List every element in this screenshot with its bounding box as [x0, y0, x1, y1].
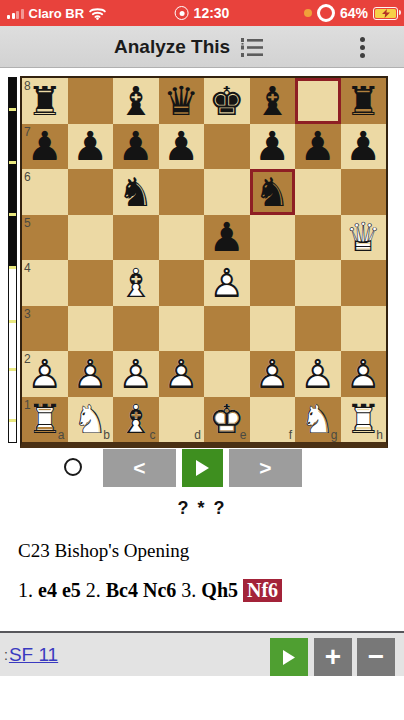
white-queen-h5: ♛♕	[341, 215, 387, 261]
engine-plus-button[interactable]: +	[314, 638, 352, 676]
white-bishop-c4: ♝♗	[113, 260, 159, 306]
move-list-icon[interactable]	[240, 36, 264, 58]
square-b8[interactable]	[68, 78, 114, 124]
square-h7[interactable]: ♟	[341, 124, 387, 170]
page-title: Analyze This	[114, 26, 230, 67]
black-queen-d8: ♛	[159, 78, 205, 124]
square-h1[interactable]: h♜♖	[341, 397, 387, 443]
square-h5[interactable]: ♛♕	[341, 215, 387, 261]
evaluation-black-portion	[9, 78, 16, 267]
square-c1[interactable]: c♝♗	[113, 397, 159, 443]
square-d6[interactable]	[159, 169, 205, 215]
rank-label-5: 5	[24, 216, 31, 230]
engine-play-icon	[282, 649, 296, 666]
square-e3[interactable]	[204, 306, 250, 352]
carrier-label: Claro BR	[29, 6, 85, 21]
move-san[interactable]: Bc4	[106, 579, 138, 601]
square-f2[interactable]: ♟♙	[250, 351, 296, 397]
white-pawn-d2: ♟♙	[159, 351, 205, 397]
move-number: 3.	[181, 579, 196, 601]
square-f3[interactable]	[250, 306, 296, 352]
engine-info: : SF 11	[4, 633, 58, 676]
engine-play-button[interactable]	[270, 638, 308, 676]
black-knight-c6: ♞	[113, 169, 159, 215]
eval-tick-1	[9, 161, 16, 164]
square-d8[interactable]: ♛	[159, 78, 205, 124]
square-e2[interactable]	[204, 351, 250, 397]
move-number: 2.	[86, 579, 101, 601]
black-bishop-f8: ♝	[250, 78, 296, 124]
square-c7[interactable]: ♟	[113, 124, 159, 170]
signal-strength-icon	[7, 8, 24, 19]
square-a1[interactable]: 1a♜♖	[22, 397, 68, 443]
engine-bar: : SF 11 + −	[0, 631, 404, 676]
status-bar: Claro BR 12:30 64%	[0, 0, 404, 26]
black-king-e8: ♚	[204, 78, 250, 124]
square-d7[interactable]: ♟	[159, 124, 205, 170]
file-label-d: d	[194, 428, 201, 442]
square-c5[interactable]	[113, 215, 159, 261]
white-pawn-g2: ♟♙	[295, 351, 341, 397]
screen-record-icon	[175, 6, 189, 20]
rank-label-1: 1	[24, 398, 31, 412]
clock-label: 12:30	[194, 5, 230, 21]
current-move-highlighted[interactable]: Nf6	[243, 579, 282, 602]
move-list: 1. e4 e5 2. Bc4 Nc6 3. Qh5 Nf6	[18, 579, 282, 602]
square-a4[interactable]: 4	[22, 260, 68, 306]
square-e7[interactable]	[204, 124, 250, 170]
square-d4[interactable]	[159, 260, 205, 306]
eval-tick-2	[9, 213, 16, 216]
game-result-line: ? * ?	[0, 498, 404, 519]
square-f8[interactable]: ♝	[250, 78, 296, 124]
title-bar: Analyze This	[0, 26, 404, 68]
square-a6[interactable]: 6	[22, 169, 68, 215]
square-h2[interactable]: ♟♙	[341, 351, 387, 397]
engine-minus-button[interactable]: −	[357, 638, 395, 676]
black-knight-f6: ♞	[250, 169, 296, 215]
black-rook-h8: ♜	[341, 78, 387, 124]
move-san[interactable]: Nc6	[143, 579, 176, 601]
autoplay-radio[interactable]	[64, 458, 82, 476]
black-pawn-b7: ♟	[68, 124, 114, 170]
eval-tick-0	[9, 108, 16, 111]
file-label-e: e	[240, 428, 247, 442]
square-a8[interactable]: 8♜	[22, 78, 68, 124]
eval-tick-4	[9, 320, 16, 323]
rank-label-7: 7	[24, 125, 31, 139]
engine-prefix: :	[4, 647, 8, 663]
eval-tick-3	[9, 266, 16, 269]
square-g7[interactable]: ♟	[295, 124, 341, 170]
square-b4[interactable]	[68, 260, 114, 306]
next-move-button[interactable]: >	[229, 449, 302, 487]
rank-label-8: 8	[24, 79, 31, 93]
square-h4[interactable]	[341, 260, 387, 306]
square-f5[interactable]	[250, 215, 296, 261]
square-e5[interactable]: ♟	[204, 215, 250, 261]
square-a3[interactable]: 3	[22, 306, 68, 352]
app-screen: Claro BR 12:30 64% Analyze This	[0, 0, 404, 720]
square-e1[interactable]: e♚♔	[204, 397, 250, 443]
black-pawn-c7: ♟	[113, 124, 159, 170]
square-c4[interactable]: ♝♗	[113, 260, 159, 306]
black-pawn-f7: ♟	[250, 124, 296, 170]
previous-move-button[interactable]: <	[103, 449, 176, 487]
orange-indicator-dot	[304, 9, 312, 17]
rank-label-4: 4	[24, 261, 31, 275]
square-c8[interactable]: ♝	[113, 78, 159, 124]
square-a5[interactable]: 5	[22, 215, 68, 261]
white-pawn-b2: ♟♙	[68, 351, 114, 397]
square-a2[interactable]: 2♟♙	[22, 351, 68, 397]
status-left: Claro BR	[7, 0, 106, 26]
status-center: 12:30	[175, 0, 230, 26]
rank-label-6: 6	[24, 170, 31, 184]
file-label-g: g	[331, 428, 338, 442]
move-san[interactable]: Qh5	[201, 579, 238, 601]
square-b2[interactable]: ♟♙	[68, 351, 114, 397]
rank-label-3: 3	[24, 307, 31, 321]
square-b7[interactable]: ♟	[68, 124, 114, 170]
square-c2[interactable]: ♟♙	[113, 351, 159, 397]
white-pawn-e4: ♟♙	[204, 260, 250, 306]
square-h6[interactable]	[341, 169, 387, 215]
status-right: 64%	[304, 0, 398, 26]
black-pawn-e5: ♟	[204, 215, 250, 261]
square-c3[interactable]	[113, 306, 159, 352]
white-pawn-h2: ♟♙	[341, 351, 387, 397]
white-pawn-c2: ♟♙	[113, 351, 159, 397]
square-f6[interactable]: ♞	[250, 169, 296, 215]
square-c6[interactable]: ♞	[113, 169, 159, 215]
square-a7[interactable]: 7♟	[22, 124, 68, 170]
square-f4[interactable]	[250, 260, 296, 306]
play-icon	[195, 459, 210, 477]
battery-charging-icon	[373, 7, 398, 20]
file-label-f: f	[289, 428, 292, 442]
engine-link[interactable]: SF 11	[9, 644, 58, 666]
battery-percent-label: 64%	[340, 5, 368, 21]
evaluation-bar	[8, 77, 17, 443]
file-label-c: c	[150, 428, 156, 442]
square-d5[interactable]	[159, 215, 205, 261]
square-e6[interactable]	[204, 169, 250, 215]
square-g8[interactable]	[295, 78, 341, 124]
rank-label-2: 2	[24, 352, 31, 366]
black-pawn-h7: ♟	[341, 124, 387, 170]
black-pawn-g7: ♟	[295, 124, 341, 170]
square-b1[interactable]: b♞♘	[68, 397, 114, 443]
square-b6[interactable]	[68, 169, 114, 215]
file-label-b: b	[103, 428, 110, 442]
black-pawn-d7: ♟	[159, 124, 205, 170]
square-g2[interactable]: ♟♙	[295, 351, 341, 397]
square-f1[interactable]: f	[250, 397, 296, 443]
chess-board: 8♜♝♛♚♝♜7♟♟♟♟♟♟♟6♞♞5♟♛♕4♝♗♟♙32♟♙♟♙♟♙♟♙♟♙♟…	[20, 76, 388, 448]
square-h3[interactable]	[341, 306, 387, 352]
alarm-icon	[317, 4, 335, 22]
black-bishop-c8: ♝	[113, 78, 159, 124]
square-e4[interactable]: ♟♙	[204, 260, 250, 306]
file-label-h: h	[376, 428, 383, 442]
eval-tick-5	[9, 368, 16, 371]
square-g5[interactable]	[295, 215, 341, 261]
square-g1[interactable]: g♞♘	[295, 397, 341, 443]
play-button[interactable]	[182, 449, 223, 487]
square-g3[interactable]	[295, 306, 341, 352]
square-f7[interactable]: ♟	[250, 124, 296, 170]
move-number: 1.	[18, 579, 33, 601]
wifi-icon	[89, 7, 106, 20]
square-b5[interactable]	[68, 215, 114, 261]
board-grid-icon[interactable]	[298, 36, 322, 58]
move-san[interactable]: e5	[62, 579, 81, 601]
white-pawn-f2: ♟♙	[250, 351, 296, 397]
eval-tick-6	[9, 419, 16, 422]
square-g6[interactable]	[295, 169, 341, 215]
square-h8[interactable]: ♜	[341, 78, 387, 124]
square-d3[interactable]	[159, 306, 205, 352]
move-san[interactable]: e4	[38, 579, 57, 601]
opening-name: C23 Bishop's Opening	[18, 540, 189, 562]
square-d1[interactable]: d	[159, 397, 205, 443]
square-d2[interactable]: ♟♙	[159, 351, 205, 397]
square-e8[interactable]: ♚	[204, 78, 250, 124]
file-label-a: a	[58, 428, 65, 442]
overflow-menu-icon[interactable]	[350, 36, 374, 58]
square-g4[interactable]	[295, 260, 341, 306]
square-b3[interactable]	[68, 306, 114, 352]
